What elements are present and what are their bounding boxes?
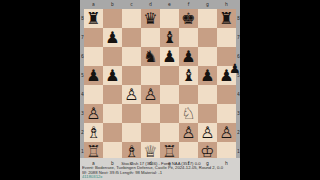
rank-label-3: 3: [236, 104, 241, 123]
piece-p-a5: ♟: [86, 66, 100, 85]
square-c4: ♙: [122, 85, 141, 104]
square-a3: ♙: [84, 104, 103, 123]
piece-q-d8: ♛: [143, 9, 157, 28]
piece-P-f2: ♙: [181, 123, 195, 142]
square-b5: ♟: [103, 66, 122, 85]
rank-labels-right: 87654321: [236, 9, 241, 161]
square-h2: ♙: [217, 123, 236, 142]
square-d6: ♞: [141, 47, 160, 66]
square-b8: [103, 9, 122, 28]
file-label-f: f: [179, 2, 198, 8]
square-f5: ♝: [179, 66, 198, 85]
piece-p-e6: ♟: [162, 47, 176, 66]
square-b6: [103, 47, 122, 66]
square-d3: [141, 104, 160, 123]
piece-P-g2: ♙: [200, 123, 214, 142]
piece-N-f3: ♘: [181, 104, 195, 123]
square-e7: ♝: [160, 28, 179, 47]
piece-B-a2: ♗: [86, 123, 100, 142]
square-c8: [122, 9, 141, 28]
square-a4: [84, 85, 103, 104]
square-a7: [84, 28, 103, 47]
square-h3: [217, 104, 236, 123]
square-e2: [160, 123, 179, 142]
piece-p-g5: ♟: [200, 66, 214, 85]
square-g6: [198, 47, 217, 66]
file-label-g: g: [198, 2, 217, 8]
square-f6: ♟: [179, 47, 198, 66]
square-c7: [122, 28, 141, 47]
piece-r-h8: ♜: [219, 9, 233, 28]
game-captions: Stockfish 17 (3646) - Fong NAA (3517) 0-…: [82, 161, 240, 179]
square-d7: [141, 28, 160, 47]
square-b7: ♟: [103, 28, 122, 47]
square-c2: [122, 123, 141, 142]
square-g7: [198, 28, 217, 47]
piece-P-h2: ♙: [219, 123, 233, 142]
piece-p-f6: ♟: [181, 47, 195, 66]
file-label-d: d: [141, 2, 160, 8]
square-g3: [198, 104, 217, 123]
square-e6: ♟: [160, 47, 179, 66]
file-label-h: h: [217, 2, 236, 8]
square-g4: [198, 85, 217, 104]
square-h7: [217, 28, 236, 47]
square-e4: [160, 85, 179, 104]
piece-P-a3: ♙: [86, 104, 100, 123]
piece-P-c4: ♙: [124, 85, 138, 104]
square-d4: ♙: [141, 85, 160, 104]
piece-b-e7: ♝: [162, 28, 176, 47]
rank-label-2: 2: [236, 123, 241, 142]
square-h8: ♜: [217, 9, 236, 28]
video-frame: abcdefgh 87654321 ♜♛♚♜♟♝♞♟♟♟♟♝♟♟♙♙♙♘♗♙♙♙…: [0, 0, 320, 180]
rank-label-4: 4: [236, 85, 241, 104]
square-e3: [160, 104, 179, 123]
square-a8: ♜: [84, 9, 103, 28]
board-panel: abcdefgh 87654321 ♜♛♚♜♟♝♞♟♟♟♟♝♟♟♙♙♙♘♗♙♙♙…: [80, 0, 240, 180]
square-b2: [103, 123, 122, 142]
game-id: 41180312x: [82, 175, 240, 180]
square-f7: [179, 28, 198, 47]
square-e5: [160, 66, 179, 85]
piece-r-a8: ♜: [86, 9, 100, 28]
square-f4: [179, 85, 198, 104]
piece-n-d6: ♞: [143, 47, 157, 66]
piece-b-f5: ♝: [181, 66, 195, 85]
square-g2: ♙: [198, 123, 217, 142]
square-f2: ♙: [179, 123, 198, 142]
square-g5: ♟: [198, 66, 217, 85]
chess-board: ♜♛♚♜♟♝♞♟♟♟♟♝♟♟♙♙♙♘♗♙♙♙♖♗♕♖♔: [84, 9, 236, 161]
square-a5: ♟: [84, 66, 103, 85]
square-b3: [103, 104, 122, 123]
rank-label-8: 8: [236, 9, 241, 28]
file-label-b: b: [103, 2, 122, 8]
square-f8: ♚: [179, 9, 198, 28]
square-d8: ♛: [141, 9, 160, 28]
piece-p-b5: ♟: [105, 66, 119, 85]
square-a6: [84, 47, 103, 66]
square-c6: [122, 47, 141, 66]
piece-k-f8: ♚: [181, 9, 195, 28]
square-d2: [141, 123, 160, 142]
square-a2: ♗: [84, 123, 103, 142]
square-g8: [198, 9, 217, 28]
square-b4: [103, 85, 122, 104]
file-labels-top: abcdefgh: [84, 2, 236, 8]
piece-p-b7: ♟: [105, 28, 119, 47]
square-e8: [160, 9, 179, 28]
rank-label-7: 7: [236, 28, 241, 47]
square-h4: [217, 85, 236, 104]
square-f3: ♘: [179, 104, 198, 123]
file-label-c: c: [122, 2, 141, 8]
file-label-a: a: [84, 2, 103, 8]
square-d5: [141, 66, 160, 85]
square-c5: [122, 66, 141, 85]
captured-pawn-icon: ♟: [229, 62, 241, 75]
file-label-e: e: [160, 2, 179, 8]
square-c3: [122, 104, 141, 123]
piece-P-d4: ♙: [143, 85, 157, 104]
